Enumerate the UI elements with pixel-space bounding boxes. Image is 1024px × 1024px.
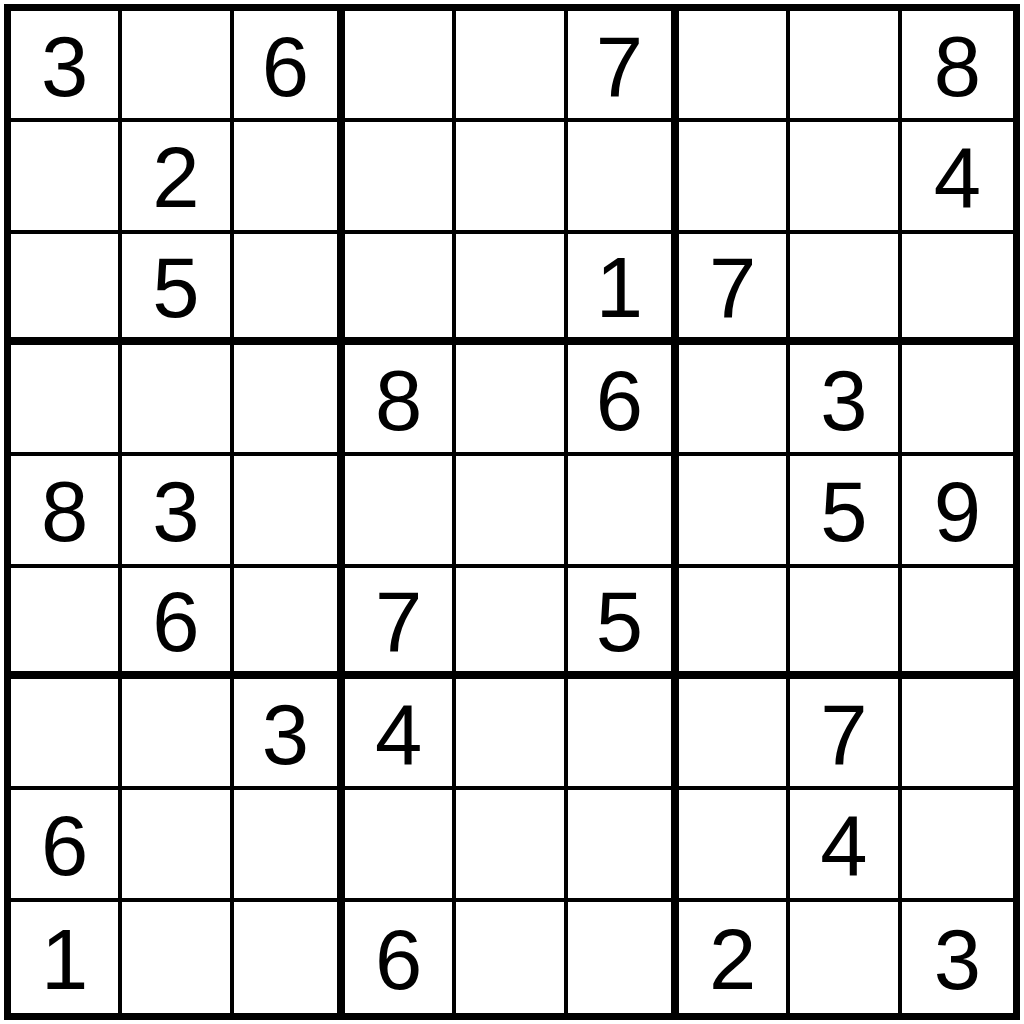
cell-r8c8[interactable]: 4 xyxy=(790,790,901,901)
cell-r2c8[interactable] xyxy=(790,122,901,233)
cell-r5c2[interactable]: 3 xyxy=(122,456,233,567)
given-digit: 1 xyxy=(596,245,643,330)
cell-r8c9[interactable] xyxy=(902,790,1013,901)
cell-r9c8[interactable] xyxy=(790,902,901,1013)
cell-r9c6[interactable] xyxy=(568,902,679,1013)
cell-r6c6[interactable]: 5 xyxy=(568,568,679,679)
cell-r2c3[interactable] xyxy=(234,122,345,233)
cell-r1c7[interactable] xyxy=(679,11,790,122)
given-digit: 6 xyxy=(152,579,199,664)
cell-r3c7[interactable]: 7 xyxy=(679,234,790,345)
cell-r7c6[interactable] xyxy=(568,679,679,790)
given-digit: 6 xyxy=(262,24,309,109)
cell-r6c1[interactable] xyxy=(11,568,122,679)
cell-r7c3[interactable]: 3 xyxy=(234,679,345,790)
cell-r5c8[interactable]: 5 xyxy=(790,456,901,567)
cell-r3c4[interactable] xyxy=(345,234,456,345)
cell-r6c4[interactable]: 7 xyxy=(345,568,456,679)
cell-r9c9[interactable]: 3 xyxy=(902,902,1013,1013)
cell-r4c5[interactable] xyxy=(456,345,567,456)
cell-r5c6[interactable] xyxy=(568,456,679,567)
cell-r6c8[interactable] xyxy=(790,568,901,679)
cell-r4c9[interactable] xyxy=(902,345,1013,456)
given-digit: 9 xyxy=(934,469,981,554)
cell-r7c4[interactable]: 4 xyxy=(345,679,456,790)
given-digit: 8 xyxy=(934,24,981,109)
cell-r6c7[interactable] xyxy=(679,568,790,679)
cell-r6c5[interactable] xyxy=(456,568,567,679)
cell-r8c2[interactable] xyxy=(122,790,233,901)
cell-r7c5[interactable] xyxy=(456,679,567,790)
cell-r8c5[interactable] xyxy=(456,790,567,901)
given-digit: 5 xyxy=(596,579,643,664)
cell-r5c4[interactable] xyxy=(345,456,456,567)
cell-r6c3[interactable] xyxy=(234,568,345,679)
given-digit: 5 xyxy=(820,469,867,554)
given-digit: 6 xyxy=(596,358,643,443)
cell-r1c8[interactable] xyxy=(790,11,901,122)
cell-r7c2[interactable] xyxy=(122,679,233,790)
given-digit: 2 xyxy=(152,135,199,220)
cell-r2c5[interactable] xyxy=(456,122,567,233)
cell-r7c8[interactable]: 7 xyxy=(790,679,901,790)
cell-r4c4[interactable]: 8 xyxy=(345,345,456,456)
cell-r4c2[interactable] xyxy=(122,345,233,456)
cell-r9c1[interactable]: 1 xyxy=(11,902,122,1013)
cell-r2c9[interactable]: 4 xyxy=(902,122,1013,233)
cell-r7c1[interactable] xyxy=(11,679,122,790)
cell-r3c1[interactable] xyxy=(11,234,122,345)
given-digit: 8 xyxy=(41,469,88,554)
cell-r1c4[interactable] xyxy=(345,11,456,122)
given-digit: 3 xyxy=(820,358,867,443)
cell-r5c9[interactable]: 9 xyxy=(902,456,1013,567)
cell-r4c1[interactable] xyxy=(11,345,122,456)
cell-r1c9[interactable]: 8 xyxy=(902,11,1013,122)
cell-r9c5[interactable] xyxy=(456,902,567,1013)
cell-r1c3[interactable]: 6 xyxy=(234,11,345,122)
cell-r8c3[interactable] xyxy=(234,790,345,901)
cell-r2c6[interactable] xyxy=(568,122,679,233)
cell-r1c6[interactable]: 7 xyxy=(568,11,679,122)
cell-r1c1[interactable]: 3 xyxy=(11,11,122,122)
cell-r7c7[interactable] xyxy=(679,679,790,790)
cell-r4c7[interactable] xyxy=(679,345,790,456)
cell-r9c4[interactable]: 6 xyxy=(345,902,456,1013)
given-digit: 3 xyxy=(934,917,981,1002)
cell-r3c6[interactable]: 1 xyxy=(568,234,679,345)
cell-r3c2[interactable]: 5 xyxy=(122,234,233,345)
given-digit: 3 xyxy=(262,692,309,777)
given-digit: 7 xyxy=(375,579,422,664)
cell-r8c7[interactable] xyxy=(679,790,790,901)
cell-r2c4[interactable] xyxy=(345,122,456,233)
cell-r1c2[interactable] xyxy=(122,11,233,122)
cell-r4c3[interactable] xyxy=(234,345,345,456)
given-digit: 4 xyxy=(375,692,422,777)
cell-r9c2[interactable] xyxy=(122,902,233,1013)
cell-r1c5[interactable] xyxy=(456,11,567,122)
cell-r3c3[interactable] xyxy=(234,234,345,345)
given-digit: 1 xyxy=(41,917,88,1002)
sudoku-board: 3678245178638359675347641623 xyxy=(4,4,1020,1020)
given-digit: 7 xyxy=(820,692,867,777)
cell-r2c2[interactable]: 2 xyxy=(122,122,233,233)
cell-r8c1[interactable]: 6 xyxy=(11,790,122,901)
given-digit: 6 xyxy=(375,917,422,1002)
given-digit: 4 xyxy=(820,803,867,888)
given-digit: 7 xyxy=(596,24,643,109)
cell-r2c1[interactable] xyxy=(11,122,122,233)
cell-r5c5[interactable] xyxy=(456,456,567,567)
sudoku-puzzle-image: 3678245178638359675347641623 xyxy=(0,0,1024,1024)
cell-r8c4[interactable] xyxy=(345,790,456,901)
cell-r8c6[interactable] xyxy=(568,790,679,901)
cell-r2c7[interactable] xyxy=(679,122,790,233)
cell-r5c7[interactable] xyxy=(679,456,790,567)
cell-r6c2[interactable]: 6 xyxy=(122,568,233,679)
given-digit: 5 xyxy=(152,245,199,330)
cell-r4c6[interactable]: 6 xyxy=(568,345,679,456)
given-digit: 4 xyxy=(934,135,981,220)
cell-r5c3[interactable] xyxy=(234,456,345,567)
cell-r7c9[interactable] xyxy=(902,679,1013,790)
cell-r9c3[interactable] xyxy=(234,902,345,1013)
given-digit: 3 xyxy=(152,469,199,554)
cell-r3c8[interactable] xyxy=(790,234,901,345)
given-digit: 2 xyxy=(709,917,756,1002)
given-digit: 3 xyxy=(41,24,88,109)
given-digit: 8 xyxy=(375,358,422,443)
given-digit: 6 xyxy=(41,803,88,888)
cell-r4c8[interactable]: 3 xyxy=(790,345,901,456)
cell-r9c7[interactable]: 2 xyxy=(679,902,790,1013)
cell-r3c9[interactable] xyxy=(902,234,1013,345)
cell-r5c1[interactable]: 8 xyxy=(11,456,122,567)
given-digit: 7 xyxy=(709,245,756,330)
cell-r6c9[interactable] xyxy=(902,568,1013,679)
cell-r3c5[interactable] xyxy=(456,234,567,345)
